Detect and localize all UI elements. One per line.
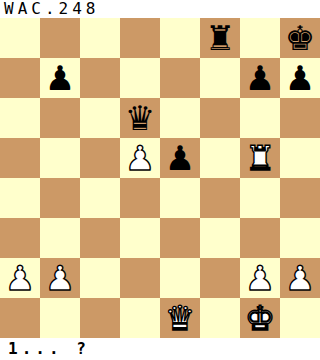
square-e2[interactable] [160, 258, 200, 298]
square-d2[interactable] [120, 258, 160, 298]
piece-black-pawn: ♟ [245, 58, 275, 98]
puzzle-id: WAC.248 [0, 0, 320, 18]
piece-black-pawn: ♟ [165, 138, 195, 178]
move-prompt: 1... ? [0, 338, 320, 360]
piece-black-pawn: ♟ [285, 58, 315, 98]
square-d7[interactable] [120, 58, 160, 98]
square-b6[interactable] [40, 98, 80, 138]
square-b4[interactable] [40, 178, 80, 218]
square-g8[interactable] [240, 18, 280, 58]
piece-black-queen: ♛ [125, 98, 155, 138]
square-e8[interactable] [160, 18, 200, 58]
square-f2[interactable] [200, 258, 240, 298]
square-c4[interactable] [80, 178, 120, 218]
square-f6[interactable] [200, 98, 240, 138]
square-g6[interactable] [240, 98, 280, 138]
square-b2[interactable]: ♟ [40, 258, 80, 298]
square-h8[interactable]: ♚ [280, 18, 320, 58]
square-e4[interactable] [160, 178, 200, 218]
piece-white-pawn: ♟ [245, 258, 275, 298]
square-f7[interactable] [200, 58, 240, 98]
square-h1[interactable] [280, 298, 320, 338]
square-c3[interactable] [80, 218, 120, 258]
piece-white-pawn: ♟ [125, 138, 155, 178]
square-a8[interactable] [0, 18, 40, 58]
square-a6[interactable] [0, 98, 40, 138]
piece-white-pawn: ♟ [285, 258, 315, 298]
square-e6[interactable] [160, 98, 200, 138]
square-b8[interactable] [40, 18, 80, 58]
square-a1[interactable] [0, 298, 40, 338]
square-h2[interactable]: ♟ [280, 258, 320, 298]
square-a5[interactable] [0, 138, 40, 178]
square-b5[interactable] [40, 138, 80, 178]
square-a4[interactable] [0, 178, 40, 218]
square-d3[interactable] [120, 218, 160, 258]
square-d8[interactable] [120, 18, 160, 58]
square-c2[interactable] [80, 258, 120, 298]
square-f4[interactable] [200, 178, 240, 218]
square-b1[interactable] [40, 298, 80, 338]
square-h5[interactable] [280, 138, 320, 178]
square-f1[interactable] [200, 298, 240, 338]
piece-white-queen: ♛ [165, 298, 195, 338]
square-a3[interactable] [0, 218, 40, 258]
square-d1[interactable] [120, 298, 160, 338]
square-e7[interactable] [160, 58, 200, 98]
chess-board: ♜♚♟♟♟♛♟♟♜♟♟♟♟♛♚ [0, 18, 320, 338]
square-f3[interactable] [200, 218, 240, 258]
piece-white-pawn: ♟ [5, 258, 35, 298]
square-e5[interactable]: ♟ [160, 138, 200, 178]
piece-white-pawn: ♟ [45, 258, 75, 298]
square-e3[interactable] [160, 218, 200, 258]
piece-white-rook: ♜ [245, 138, 275, 178]
square-d6[interactable]: ♛ [120, 98, 160, 138]
square-c1[interactable] [80, 298, 120, 338]
square-c8[interactable] [80, 18, 120, 58]
piece-black-pawn: ♟ [45, 58, 75, 98]
square-a2[interactable]: ♟ [0, 258, 40, 298]
square-g5[interactable]: ♜ [240, 138, 280, 178]
square-h7[interactable]: ♟ [280, 58, 320, 98]
square-f8[interactable]: ♜ [200, 18, 240, 58]
square-g3[interactable] [240, 218, 280, 258]
square-b3[interactable] [40, 218, 80, 258]
square-g2[interactable]: ♟ [240, 258, 280, 298]
square-g4[interactable] [240, 178, 280, 218]
square-g1[interactable]: ♚ [240, 298, 280, 338]
square-f5[interactable] [200, 138, 240, 178]
square-g7[interactable]: ♟ [240, 58, 280, 98]
piece-black-rook: ♜ [205, 18, 235, 58]
piece-black-king: ♚ [285, 18, 315, 58]
square-h4[interactable] [280, 178, 320, 218]
square-h6[interactable] [280, 98, 320, 138]
square-h3[interactable] [280, 218, 320, 258]
square-e1[interactable]: ♛ [160, 298, 200, 338]
square-c6[interactable] [80, 98, 120, 138]
piece-white-king: ♚ [245, 298, 275, 338]
square-d5[interactable]: ♟ [120, 138, 160, 178]
square-a7[interactable] [0, 58, 40, 98]
square-c5[interactable] [80, 138, 120, 178]
square-d4[interactable] [120, 178, 160, 218]
square-b7[interactable]: ♟ [40, 58, 80, 98]
square-c7[interactable] [80, 58, 120, 98]
